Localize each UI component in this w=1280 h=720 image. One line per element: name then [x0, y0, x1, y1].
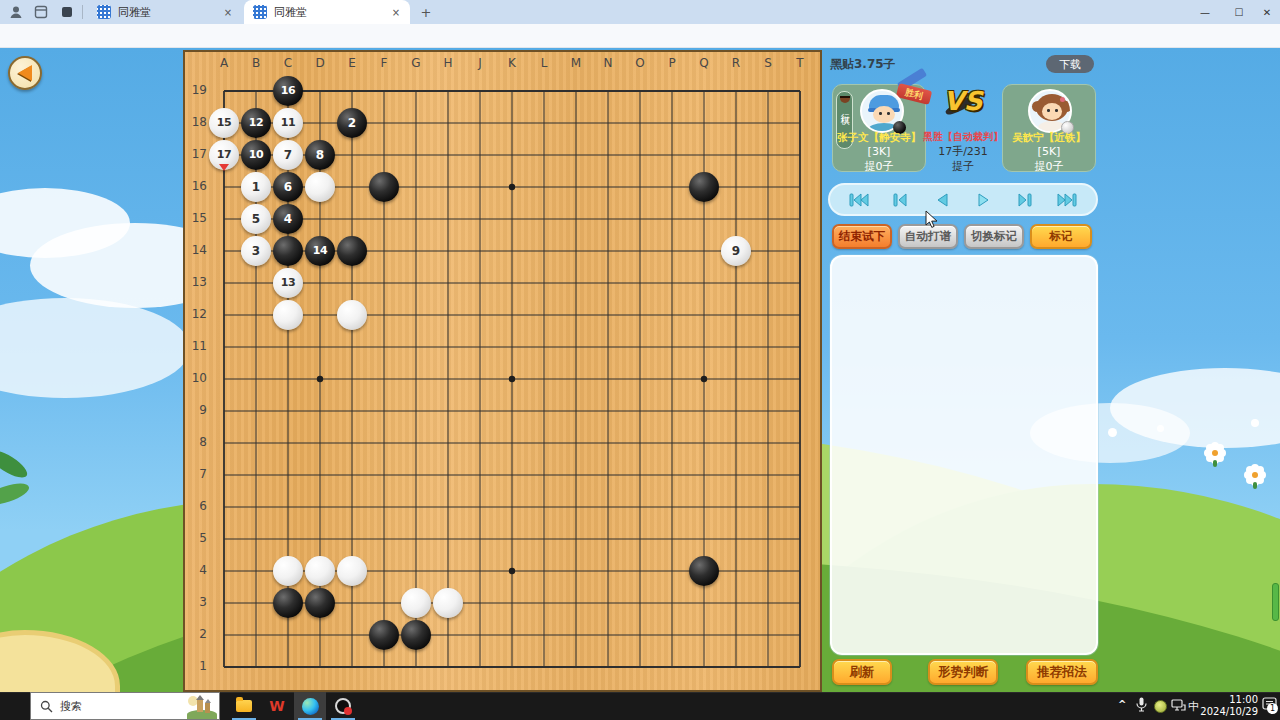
column-label: E [343, 56, 361, 70]
ime-indicator[interactable]: 中 [1188, 699, 1199, 714]
notification-badge: 1 [1267, 703, 1278, 714]
tab-close-icon[interactable]: × [388, 4, 404, 20]
flower-dot [1108, 428, 1117, 437]
white-stone-C12 [273, 300, 303, 330]
black-stone-D14: 14 [305, 236, 335, 266]
player-captures: 提0子 [833, 159, 925, 174]
black-stone-E14 [337, 236, 367, 266]
browser-tab-bar: 同雅堂 × 同雅堂 × + — ☐ ✕ [0, 0, 1280, 24]
player-name: 吴歆宁【近铁】 [1003, 131, 1095, 145]
window-close-button[interactable]: ✕ [1254, 0, 1280, 24]
last-move-marker [219, 164, 229, 171]
black-stone-E18: 2 [337, 108, 367, 138]
taskbar-search-box[interactable]: 搜索 [30, 692, 220, 720]
white-stone-B16: 1 [241, 172, 271, 202]
column-label: G [407, 56, 425, 70]
tab-title: 同雅堂 [118, 5, 220, 20]
row-label: 3 [185, 595, 207, 609]
column-label: Q [695, 56, 713, 70]
row-label: 18 [185, 115, 207, 129]
turn-tag-label: 行棋 [838, 106, 851, 112]
new-tab-button[interactable]: + [418, 4, 434, 20]
tab-favicon [97, 5, 111, 19]
player-card-white: 吴歆宁【近铁】 [5K] 提0子 [1002, 84, 1096, 172]
toggle-marks-button[interactable]: 切换标记 [964, 224, 1024, 249]
browser-toolbar: https://kaoshi.yikeweiqi.com/ifk/chess_d… [0, 24, 1280, 48]
wps-office-icon[interactable]: W [261, 692, 293, 720]
download-button[interactable]: 下载 [1046, 55, 1094, 73]
row-label: 9 [185, 403, 207, 417]
go-to-start-icon[interactable] [847, 190, 871, 210]
white-stone-H3 [433, 588, 463, 618]
end-trial-button[interactable]: 结束试下 [832, 224, 892, 249]
flower-dot [1157, 425, 1164, 432]
column-label: D [311, 56, 329, 70]
column-label: R [727, 56, 745, 70]
goban[interactable]: A19B18C17D16E15F14G13H12J11K10L9M8N7O6P5… [183, 50, 822, 692]
column-label: B [247, 56, 265, 70]
search-icon [40, 700, 53, 713]
white-stone-C13: 13 [273, 268, 303, 298]
browser-tab-2-active[interactable]: 同雅堂 × [244, 0, 410, 24]
go-to-end-icon[interactable] [1055, 190, 1079, 210]
taskbar-search-placeholder: 搜索 [60, 699, 82, 714]
browser-tab-1[interactable]: 同雅堂 × [88, 0, 242, 24]
black-stone-F16 [369, 172, 399, 202]
column-label: O [631, 56, 649, 70]
row-label: 10 [185, 371, 207, 385]
leaf [0, 479, 31, 508]
page-back-button[interactable] [8, 56, 42, 90]
row-label: 7 [185, 467, 207, 481]
row-label: 16 [185, 179, 207, 193]
play-forward-icon[interactable] [972, 190, 996, 210]
mark-button[interactable]: 标记 [1030, 224, 1092, 249]
judge-position-button[interactable]: 形势判断 [928, 659, 998, 685]
row-label: 12 [185, 307, 207, 321]
refresh-button[interactable]: 刷新 [832, 659, 892, 685]
row-label: 4 [185, 563, 207, 577]
tab-separator [82, 5, 83, 19]
player-captures: 提0子 [1003, 159, 1095, 174]
back-one-icon[interactable] [930, 190, 954, 210]
tab-close-icon[interactable]: × [220, 4, 236, 20]
black-stone-C3 [273, 588, 303, 618]
row-label: 11 [185, 339, 207, 353]
microphone-icon[interactable] [1136, 697, 1147, 712]
notification-center-icon[interactable]: 1 [1262, 697, 1277, 711]
leaf [0, 446, 31, 483]
tab-actions-icon[interactable] [60, 5, 74, 19]
file-explorer-icon[interactable] [228, 692, 260, 720]
vs-block: VS 黑胜【自动裁判】 17手/231 提子 [926, 84, 1000, 176]
tab-title: 同雅堂 [274, 5, 388, 20]
row-label: 15 [185, 211, 207, 225]
row-label: 13 [185, 275, 207, 289]
profile-icon[interactable] [8, 4, 24, 20]
white-stone-D16 [305, 172, 335, 202]
white-stone-E4 [337, 556, 367, 586]
black-stone-C19: 16 [273, 76, 303, 106]
komi-label: 黑贴3.75子 [830, 56, 896, 73]
row-label: 6 [185, 499, 207, 513]
screen: 同雅堂 × 同雅堂 × + — ☐ ✕ https://kaoshi.yikew… [0, 0, 1280, 720]
forward-ten-icon[interactable] [1013, 190, 1037, 210]
white-stone-D4 [305, 556, 335, 586]
white-stone-C18: 11 [273, 108, 303, 138]
white-stone-B14: 3 [241, 236, 271, 266]
black-stone-B18: 12 [241, 108, 271, 138]
cloud [0, 298, 190, 398]
row-label: 2 [185, 627, 207, 641]
row-label: 17 [185, 147, 207, 161]
row-label: 5 [185, 531, 207, 545]
column-label: P [663, 56, 681, 70]
column-label: A [215, 56, 233, 70]
tab-favicon [253, 5, 267, 19]
black-stone-D3 [305, 588, 335, 618]
black-stone-Q4 [689, 556, 719, 586]
row-label: 19 [185, 83, 207, 97]
column-label: C [279, 56, 297, 70]
column-label: F [375, 56, 393, 70]
white-stone-C17: 7 [273, 140, 303, 170]
black-stone-Q16 [689, 172, 719, 202]
column-label: J [471, 56, 489, 70]
back-ten-icon[interactable] [888, 190, 912, 210]
player-card-black: 胜利 行棋 张子文【静安寺】 [3K] 提0子 [832, 84, 926, 172]
column-label: M [567, 56, 585, 70]
window-minimize-button[interactable]: — [1190, 0, 1220, 24]
white-stone-G3 [401, 588, 431, 618]
black-stone-F2 [369, 620, 399, 650]
replay-navigation-bar [828, 183, 1098, 216]
row-label: 14 [185, 243, 207, 257]
workspaces-icon[interactable] [34, 5, 48, 19]
column-label: K [503, 56, 521, 70]
column-label: N [599, 56, 617, 70]
white-stone-A17: 17 [209, 140, 239, 170]
vs-logo: VS [926, 86, 1000, 116]
black-stone-B17: 10 [241, 140, 271, 170]
column-label: H [439, 56, 457, 70]
column-label: L [535, 56, 553, 70]
edge-browser-icon[interactable] [294, 692, 326, 720]
clock-time: 11:00 [1200, 694, 1258, 706]
window-maximize-button[interactable]: ☐ [1224, 0, 1254, 24]
player-rank: [3K] [833, 145, 925, 158]
black-stone-G2 [401, 620, 431, 650]
network-icon[interactable] [1171, 699, 1186, 712]
back-arrow-icon [18, 65, 32, 81]
page-scrollbar-thumb[interactable] [1272, 583, 1279, 621]
taskbar-clock[interactable]: 11:00 2024/10/29 [1200, 694, 1258, 718]
white-stone-E12 [337, 300, 367, 330]
black-stone-C15: 4 [273, 204, 303, 234]
flower-dot [1251, 419, 1259, 427]
black-stone-C14 [273, 236, 303, 266]
white-stone-C4 [273, 556, 303, 586]
white-stone-R14: 9 [721, 236, 751, 266]
tray-chevron-icon[interactable]: ^ [1118, 699, 1126, 710]
flower [1204, 442, 1226, 464]
captures-label: 提子 [926, 159, 1000, 174]
white-stone-A18: 15 [209, 108, 239, 138]
comment-panel [830, 255, 1098, 655]
search-highlight-castle [187, 695, 217, 719]
row-label: 8 [185, 435, 207, 449]
stone-bowl-icon [840, 96, 850, 103]
coin-app-tray-icon[interactable] [1154, 700, 1167, 713]
column-label: S [759, 56, 777, 70]
player-rank: [5K] [1003, 145, 1095, 158]
flower [1244, 464, 1266, 486]
clock-date: 2024/10/29 [1200, 706, 1258, 718]
column-label: T [791, 56, 809, 70]
black-stone-D17: 8 [305, 140, 335, 170]
mouse-cursor [925, 210, 939, 233]
suggest-move-button[interactable]: 推荐招法 [1026, 659, 1098, 685]
obs-studio-icon[interactable] [327, 692, 359, 720]
black-stone-C16: 6 [273, 172, 303, 202]
move-counter: 17手/231 [926, 144, 1000, 159]
white-stone-B15: 5 [241, 204, 271, 234]
result-verdict: 黑胜【自动裁判】 [912, 130, 1014, 144]
row-label: 1 [185, 659, 207, 673]
